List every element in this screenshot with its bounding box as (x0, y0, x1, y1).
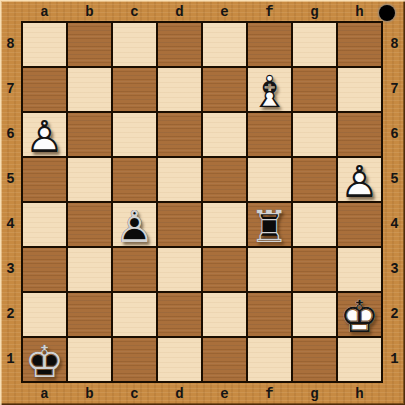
square-b7[interactable] (67, 67, 112, 112)
white-pawn-glyph-fill: ♟ (337, 157, 382, 202)
file-label-top-d: d (157, 0, 202, 21)
square-h8[interactable] (337, 22, 382, 67)
file-label-bottom-d: d (157, 382, 202, 405)
file-label-top-b: b (67, 0, 112, 21)
white-pawn-glyph-fill: ♟ (22, 112, 67, 157)
square-b6[interactable] (67, 112, 112, 157)
square-e2[interactable] (202, 292, 247, 337)
square-f1[interactable] (247, 337, 292, 382)
file-label-bottom-c: c (112, 382, 157, 405)
file-labels-top: abcdefgh (22, 0, 382, 21)
square-g1[interactable] (292, 337, 337, 382)
square-g7[interactable] (292, 67, 337, 112)
square-d7[interactable] (157, 67, 202, 112)
piece-white-bishop[interactable]: ♝♗ (247, 67, 292, 112)
square-g4[interactable] (292, 202, 337, 247)
piece-white-king[interactable]: ♚♔ (337, 292, 382, 337)
file-label-top-g: g (292, 0, 337, 21)
square-e8[interactable] (202, 22, 247, 67)
file-label-top-a: a (22, 0, 67, 21)
file-label-top-c: c (112, 0, 157, 21)
white-bishop-glyph-fill: ♝ (247, 67, 292, 112)
rank-label-right-5: 5 (384, 157, 405, 202)
file-label-bottom-a: a (22, 382, 67, 405)
square-b2[interactable] (67, 292, 112, 337)
square-c7[interactable] (112, 67, 157, 112)
rank-label-right-6: 6 (384, 112, 405, 157)
piece-white-pawn[interactable]: ♟♙ (22, 112, 67, 157)
file-label-top-h: h (337, 0, 382, 21)
square-a7[interactable] (22, 67, 67, 112)
rank-label-right-2: 2 (384, 292, 405, 337)
square-f8[interactable] (247, 22, 292, 67)
rank-labels-left: 87654321 (0, 22, 21, 382)
square-g8[interactable] (292, 22, 337, 67)
rank-label-left-8: 8 (0, 22, 21, 67)
file-labels-bottom: abcdefgh (22, 382, 382, 405)
square-f3[interactable] (247, 247, 292, 292)
square-d5[interactable] (157, 157, 202, 202)
white-pawn-glyph-outline: ♙ (337, 157, 382, 202)
square-f7[interactable]: ♝♗ (247, 67, 292, 112)
file-label-bottom-g: g (292, 382, 337, 405)
white-king-glyph-fill: ♚ (337, 292, 382, 337)
square-c4[interactable]: ♟♙ (112, 202, 157, 247)
square-h4[interactable] (337, 202, 382, 247)
rank-label-right-4: 4 (384, 202, 405, 247)
file-label-bottom-f: f (247, 382, 292, 405)
file-label-bottom-h: h (337, 382, 382, 405)
black-rook-glyph-outline: ♖ (247, 202, 292, 247)
square-g6[interactable] (292, 112, 337, 157)
square-d4[interactable] (157, 202, 202, 247)
square-h1[interactable] (337, 337, 382, 382)
square-c2[interactable] (112, 292, 157, 337)
square-g3[interactable] (292, 247, 337, 292)
square-a6[interactable]: ♟♙ (22, 112, 67, 157)
square-g2[interactable] (292, 292, 337, 337)
square-e5[interactable] (202, 157, 247, 202)
rank-label-right-1: 1 (384, 337, 405, 382)
rank-label-left-4: 4 (0, 202, 21, 247)
square-b4[interactable] (67, 202, 112, 247)
square-a4[interactable] (22, 202, 67, 247)
rank-labels-right: 87654321 (384, 22, 405, 382)
square-e6[interactable] (202, 112, 247, 157)
square-f5[interactable] (247, 157, 292, 202)
square-a1[interactable]: ♚♔ (22, 337, 67, 382)
square-c3[interactable] (112, 247, 157, 292)
square-d1[interactable] (157, 337, 202, 382)
square-c6[interactable] (112, 112, 157, 157)
square-d3[interactable] (157, 247, 202, 292)
chessboard-widget: abcdefgh abcdefgh 87654321 87654321 ♝♗♟♙… (0, 0, 405, 405)
square-c1[interactable] (112, 337, 157, 382)
white-king-glyph-outline: ♔ (337, 292, 382, 337)
rank-label-left-2: 2 (0, 292, 21, 337)
square-b1[interactable] (67, 337, 112, 382)
white-bishop-glyph-outline: ♗ (247, 67, 292, 112)
file-label-top-f: f (247, 0, 292, 21)
square-c8[interactable] (112, 22, 157, 67)
square-b3[interactable] (67, 247, 112, 292)
square-e4[interactable] (202, 202, 247, 247)
black-rook-glyph-fill: ♜ (247, 202, 292, 247)
rank-label-right-7: 7 (384, 67, 405, 112)
piece-black-pawn[interactable]: ♟♙ (112, 202, 157, 247)
square-d2[interactable] (157, 292, 202, 337)
square-h2[interactable]: ♚♔ (337, 292, 382, 337)
square-h5[interactable]: ♟♙ (337, 157, 382, 202)
piece-white-pawn[interactable]: ♟♙ (337, 157, 382, 202)
square-d8[interactable] (157, 22, 202, 67)
black-king-glyph-fill: ♚ (22, 337, 67, 382)
square-a5[interactable] (22, 157, 67, 202)
rank-label-left-7: 7 (0, 67, 21, 112)
black-king-glyph-outline: ♔ (22, 337, 67, 382)
square-a8[interactable] (22, 22, 67, 67)
rank-label-right-3: 3 (384, 247, 405, 292)
file-label-bottom-b: b (67, 382, 112, 405)
square-f2[interactable] (247, 292, 292, 337)
rank-label-left-1: 1 (0, 337, 21, 382)
file-label-top-e: e (202, 0, 247, 21)
square-b8[interactable] (67, 22, 112, 67)
square-h6[interactable] (337, 112, 382, 157)
square-f6[interactable] (247, 112, 292, 157)
white-pawn-glyph-outline: ♙ (22, 112, 67, 157)
square-e7[interactable] (202, 67, 247, 112)
square-c5[interactable] (112, 157, 157, 202)
rank-label-left-5: 5 (0, 157, 21, 202)
square-g5[interactable] (292, 157, 337, 202)
black-pawn-glyph-fill: ♟ (112, 202, 157, 247)
square-h3[interactable] (337, 247, 382, 292)
piece-black-king[interactable]: ♚♔ (22, 337, 67, 382)
black-pawn-glyph-outline: ♙ (112, 202, 157, 247)
square-e3[interactable] (202, 247, 247, 292)
square-b5[interactable] (67, 157, 112, 202)
chess-board: ♝♗♟♙♟♙♟♙♜♖♚♔♚♔ (21, 21, 383, 383)
rank-label-left-6: 6 (0, 112, 21, 157)
rank-label-right-8: 8 (384, 22, 405, 67)
file-label-bottom-e: e (202, 382, 247, 405)
square-a2[interactable] (22, 292, 67, 337)
rank-label-left-3: 3 (0, 247, 21, 292)
square-e1[interactable] (202, 337, 247, 382)
square-f4[interactable]: ♜♖ (247, 202, 292, 247)
piece-black-rook[interactable]: ♜♖ (247, 202, 292, 247)
square-d6[interactable] (157, 112, 202, 157)
square-h7[interactable] (337, 67, 382, 112)
square-a3[interactable] (22, 247, 67, 292)
